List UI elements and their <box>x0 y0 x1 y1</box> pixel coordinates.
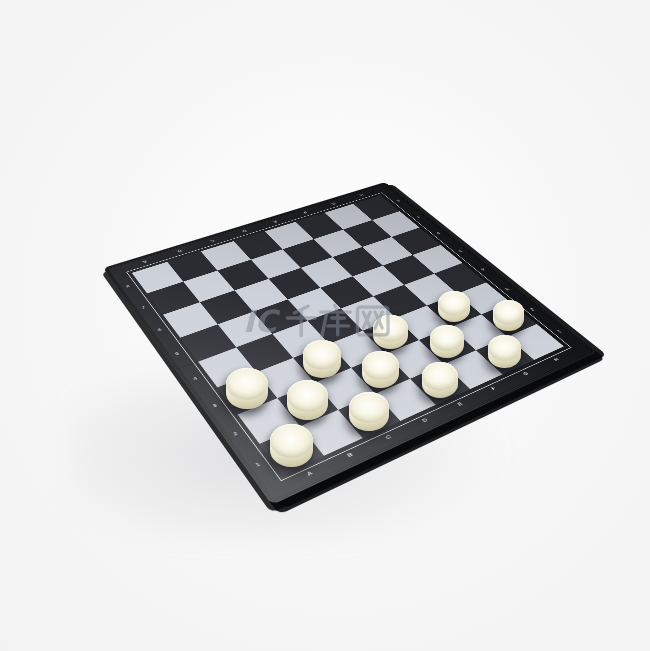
checker-top <box>303 340 341 370</box>
rank-label-right-1: 1 <box>556 329 563 333</box>
checker-top <box>438 291 470 316</box>
checker-top <box>373 315 408 342</box>
checker-piece-d2[interactable] <box>362 351 399 388</box>
checker-top <box>287 380 327 412</box>
checker-top <box>349 392 389 423</box>
checker-piece-g3[interactable] <box>438 291 470 323</box>
file-label-far-h: H <box>358 193 364 196</box>
checker-top <box>362 351 399 380</box>
rank-label-left-6: 6 <box>157 328 163 333</box>
checker-top <box>270 424 314 458</box>
rank-label-right-5: 5 <box>457 249 463 253</box>
checker-piece-g1[interactable] <box>488 335 521 368</box>
checker-piece-e3[interactable] <box>373 315 408 349</box>
rank-label-right-4: 4 <box>480 267 486 271</box>
file-label-near-d: D <box>421 417 429 423</box>
rank-label-left-8: 8 <box>125 284 130 288</box>
file-label-near-h: H <box>553 357 561 362</box>
checker-piece-c1[interactable] <box>349 392 389 431</box>
rank-label-right-6: 6 <box>436 231 442 234</box>
checker-top <box>226 368 267 400</box>
rank-label-left-3: 3 <box>212 403 218 409</box>
checker-piece-f2[interactable] <box>430 325 464 359</box>
file-label-near-g: G <box>522 371 530 377</box>
checker-piece-e1[interactable] <box>422 362 458 398</box>
product-photo-scene: AABBCCDDEEFFGGHH1122334455667788 IC <box>0 0 650 651</box>
checker-piece-c3[interactable] <box>303 340 341 377</box>
checker-piece-a3[interactable] <box>226 368 267 409</box>
rank-label-right-2: 2 <box>529 307 535 311</box>
checker-piece-a1[interactable] <box>270 424 314 467</box>
file-label-far-b: B <box>176 249 182 253</box>
checker-piece-b2[interactable] <box>287 380 327 420</box>
rank-label-left-1: 1 <box>254 461 261 467</box>
file-label-far-d: D <box>241 229 247 233</box>
file-label-near-f: F <box>490 386 497 391</box>
file-label-near-e: E <box>457 401 465 407</box>
file-label-near-a: A <box>306 470 314 477</box>
file-label-far-e: E <box>272 220 278 224</box>
rank-label-left-5: 5 <box>174 351 180 356</box>
rank-label-left-2: 2 <box>232 431 239 437</box>
rank-label-left-4: 4 <box>192 376 198 381</box>
file-label-far-f: F <box>302 211 307 214</box>
file-label-far-a: A <box>142 260 148 264</box>
rank-label-right-3: 3 <box>504 287 510 291</box>
file-label-far-g: G <box>330 202 336 205</box>
rank-label-right-8: 8 <box>396 199 401 202</box>
file-label-near-c: C <box>385 434 393 440</box>
rank-label-right-7: 7 <box>415 215 420 218</box>
file-label-far-c: C <box>209 239 215 243</box>
checker-piece-h2[interactable] <box>493 300 524 331</box>
checker-top <box>422 362 458 390</box>
file-label-near-b: B <box>346 452 354 459</box>
rank-label-left-7: 7 <box>141 305 147 309</box>
